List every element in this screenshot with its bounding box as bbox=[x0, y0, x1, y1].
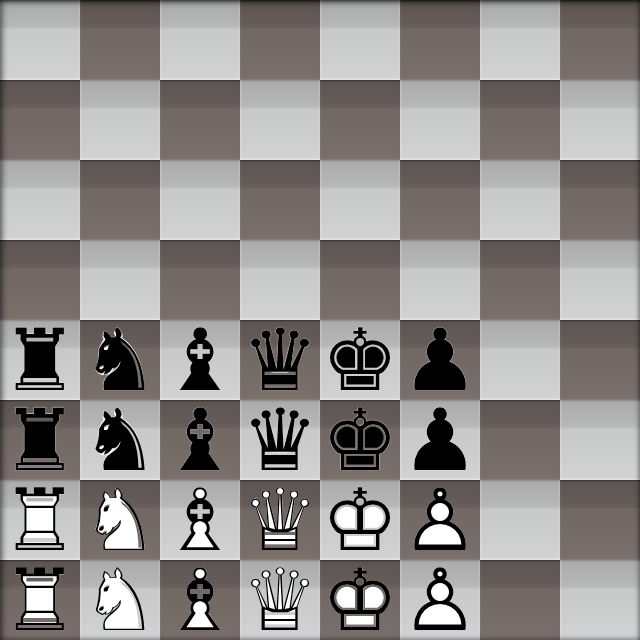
square-e6[interactable] bbox=[320, 160, 400, 240]
piece-black-bishop[interactable]: ♗♝ bbox=[160, 400, 240, 480]
square-b4[interactable]: ♘♞ bbox=[80, 320, 160, 400]
piece-over-glyph: ♜ bbox=[0, 320, 80, 400]
piece-black-queen[interactable]: ♕♛ bbox=[240, 320, 320, 400]
piece-white-pawn[interactable]: ♟♙ bbox=[400, 480, 480, 560]
piece-over-glyph: ♕ bbox=[240, 560, 320, 640]
square-d1[interactable]: ♛♕ bbox=[240, 560, 320, 640]
piece-white-queen[interactable]: ♛♕ bbox=[240, 480, 320, 560]
square-e4[interactable]: ♔♚ bbox=[320, 320, 400, 400]
piece-over-glyph: ♟ bbox=[400, 320, 480, 400]
square-a2[interactable]: ♜♖ bbox=[0, 480, 80, 560]
chess-board: ♖♜♘♞♗♝♕♛♔♚♙♟♖♜♘♞♗♝♕♛♔♚♙♟♜♖♞♘♝♗♛♕♚♔♟♙♜♖♞♘… bbox=[0, 0, 640, 640]
square-e7[interactable] bbox=[320, 80, 400, 160]
piece-white-bishop[interactable]: ♝♗ bbox=[160, 560, 240, 640]
square-g8[interactable] bbox=[480, 0, 560, 80]
square-g4[interactable] bbox=[480, 320, 560, 400]
square-c1[interactable]: ♝♗ bbox=[160, 560, 240, 640]
square-a1[interactable]: ♜♖ bbox=[0, 560, 80, 640]
square-e5[interactable] bbox=[320, 240, 400, 320]
square-e3[interactable]: ♔♚ bbox=[320, 400, 400, 480]
piece-over-glyph: ♜ bbox=[0, 400, 80, 480]
square-h2[interactable] bbox=[560, 480, 640, 560]
square-f2[interactable]: ♟♙ bbox=[400, 480, 480, 560]
piece-over-glyph: ♘ bbox=[80, 560, 160, 640]
square-a6[interactable] bbox=[0, 160, 80, 240]
piece-over-glyph: ♝ bbox=[160, 400, 240, 480]
piece-black-pawn[interactable]: ♙♟ bbox=[400, 320, 480, 400]
square-h4[interactable] bbox=[560, 320, 640, 400]
square-c4[interactable]: ♗♝ bbox=[160, 320, 240, 400]
square-f4[interactable]: ♙♟ bbox=[400, 320, 480, 400]
square-f1[interactable]: ♟♙ bbox=[400, 560, 480, 640]
square-b6[interactable] bbox=[80, 160, 160, 240]
square-f5[interactable] bbox=[400, 240, 480, 320]
piece-white-knight[interactable]: ♞♘ bbox=[80, 480, 160, 560]
piece-white-rook[interactable]: ♜♖ bbox=[0, 480, 80, 560]
piece-black-bishop[interactable]: ♗♝ bbox=[160, 320, 240, 400]
square-h7[interactable] bbox=[560, 80, 640, 160]
square-f7[interactable] bbox=[400, 80, 480, 160]
piece-over-glyph: ♞ bbox=[80, 400, 160, 480]
square-c3[interactable]: ♗♝ bbox=[160, 400, 240, 480]
square-h6[interactable] bbox=[560, 160, 640, 240]
piece-over-glyph: ♙ bbox=[400, 480, 480, 560]
square-a3[interactable]: ♖♜ bbox=[0, 400, 80, 480]
square-f8[interactable] bbox=[400, 0, 480, 80]
piece-black-pawn[interactable]: ♙♟ bbox=[400, 400, 480, 480]
square-h1[interactable] bbox=[560, 560, 640, 640]
piece-over-glyph: ♘ bbox=[80, 480, 160, 560]
square-g7[interactable] bbox=[480, 80, 560, 160]
square-g1[interactable] bbox=[480, 560, 560, 640]
piece-over-glyph: ♚ bbox=[320, 400, 400, 480]
square-d3[interactable]: ♕♛ bbox=[240, 400, 320, 480]
square-f6[interactable] bbox=[400, 160, 480, 240]
piece-white-queen[interactable]: ♛♕ bbox=[240, 560, 320, 640]
square-b7[interactable] bbox=[80, 80, 160, 160]
square-d5[interactable] bbox=[240, 240, 320, 320]
piece-over-glyph: ♖ bbox=[0, 560, 80, 640]
piece-black-king[interactable]: ♔♚ bbox=[320, 400, 400, 480]
piece-over-glyph: ♞ bbox=[80, 320, 160, 400]
square-c7[interactable] bbox=[160, 80, 240, 160]
square-f3[interactable]: ♙♟ bbox=[400, 400, 480, 480]
square-g2[interactable] bbox=[480, 480, 560, 560]
square-d6[interactable] bbox=[240, 160, 320, 240]
piece-white-king[interactable]: ♚♔ bbox=[320, 560, 400, 640]
piece-over-glyph: ♝ bbox=[160, 320, 240, 400]
square-h8[interactable] bbox=[560, 0, 640, 80]
piece-over-glyph: ♗ bbox=[160, 560, 240, 640]
square-c2[interactable]: ♝♗ bbox=[160, 480, 240, 560]
square-d2[interactable]: ♛♕ bbox=[240, 480, 320, 560]
piece-over-glyph: ♖ bbox=[0, 480, 80, 560]
piece-over-glyph: ♔ bbox=[320, 560, 400, 640]
square-b8[interactable] bbox=[80, 0, 160, 80]
piece-black-knight[interactable]: ♘♞ bbox=[80, 400, 160, 480]
piece-over-glyph: ♟ bbox=[400, 400, 480, 480]
piece-over-glyph: ♛ bbox=[240, 320, 320, 400]
square-c8[interactable] bbox=[160, 0, 240, 80]
piece-black-king[interactable]: ♔♚ bbox=[320, 320, 400, 400]
piece-over-glyph: ♔ bbox=[320, 480, 400, 560]
square-g3[interactable] bbox=[480, 400, 560, 480]
piece-white-pawn[interactable]: ♟♙ bbox=[400, 560, 480, 640]
piece-over-glyph: ♗ bbox=[160, 480, 240, 560]
square-g5[interactable] bbox=[480, 240, 560, 320]
piece-white-bishop[interactable]: ♝♗ bbox=[160, 480, 240, 560]
square-e2[interactable]: ♚♔ bbox=[320, 480, 400, 560]
square-d8[interactable] bbox=[240, 0, 320, 80]
square-a4[interactable]: ♖♜ bbox=[0, 320, 80, 400]
square-h5[interactable] bbox=[560, 240, 640, 320]
piece-over-glyph: ♕ bbox=[240, 480, 320, 560]
piece-black-queen[interactable]: ♕♛ bbox=[240, 400, 320, 480]
square-a5[interactable] bbox=[0, 240, 80, 320]
square-a7[interactable] bbox=[0, 80, 80, 160]
piece-black-rook[interactable]: ♖♜ bbox=[0, 320, 80, 400]
square-c6[interactable] bbox=[160, 160, 240, 240]
square-e8[interactable] bbox=[320, 0, 400, 80]
square-g6[interactable] bbox=[480, 160, 560, 240]
square-h3[interactable] bbox=[560, 400, 640, 480]
piece-over-glyph: ♙ bbox=[400, 560, 480, 640]
piece-white-knight[interactable]: ♞♘ bbox=[80, 560, 160, 640]
piece-over-glyph: ♛ bbox=[240, 400, 320, 480]
square-b5[interactable] bbox=[80, 240, 160, 320]
square-b1[interactable]: ♞♘ bbox=[80, 560, 160, 640]
square-d4[interactable]: ♕♛ bbox=[240, 320, 320, 400]
square-c5[interactable] bbox=[160, 240, 240, 320]
piece-black-rook[interactable]: ♖♜ bbox=[0, 400, 80, 480]
piece-over-glyph: ♚ bbox=[320, 320, 400, 400]
square-d7[interactable] bbox=[240, 80, 320, 160]
square-b3[interactable]: ♘♞ bbox=[80, 400, 160, 480]
piece-white-king[interactable]: ♚♔ bbox=[320, 480, 400, 560]
square-b2[interactable]: ♞♘ bbox=[80, 480, 160, 560]
square-e1[interactable]: ♚♔ bbox=[320, 560, 400, 640]
piece-white-rook[interactable]: ♜♖ bbox=[0, 560, 80, 640]
square-a8[interactable] bbox=[0, 0, 80, 80]
piece-black-knight[interactable]: ♘♞ bbox=[80, 320, 160, 400]
